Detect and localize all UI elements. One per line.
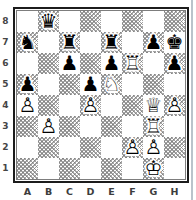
file-label-f: F <box>122 185 143 198</box>
square-f3 <box>122 116 143 137</box>
rank-label-5: 5 <box>0 74 11 95</box>
piece-black-pawn-g7: ♟ <box>143 32 164 53</box>
piece-white-pawn-b3: ♟♙ <box>38 116 59 137</box>
rank-label-4: 4 <box>0 95 11 116</box>
file-label-c: C <box>59 185 80 198</box>
square-c1 <box>59 158 80 179</box>
square-e1 <box>101 158 122 179</box>
piece-black-pawn-d5: ♟ <box>80 74 101 95</box>
square-h4: ♟♙ <box>164 95 185 116</box>
square-a1 <box>17 158 38 179</box>
square-h3 <box>164 116 185 137</box>
piece-white-rook-g3: ♜♖ <box>143 116 164 137</box>
piece-black-pawn-h6: ♟ <box>164 53 185 74</box>
rank-label-3: 3 <box>0 116 11 137</box>
square-g7: ♟ <box>143 32 164 53</box>
square-c3 <box>59 116 80 137</box>
square-g3: ♜♖ <box>143 116 164 137</box>
piece-black-queen-b8: ♛ <box>38 11 59 32</box>
square-d2 <box>80 137 101 158</box>
square-g4: ♛♕ <box>143 95 164 116</box>
rank-label-8: 8 <box>0 11 11 32</box>
square-h6: ♟ <box>164 53 185 74</box>
square-d8 <box>80 11 101 32</box>
square-c7: ♜ <box>59 32 80 53</box>
file-label-h: H <box>164 185 185 198</box>
board-inner-border: ♛♞♜♜♟♚♟♟♜♖♟♟♟♞♘♟♙♟♙♛♕♟♙♟♙♜♖♟♙♟♙♚♔ <box>16 10 186 180</box>
square-f8 <box>122 11 143 32</box>
chess-diagram: 87654321 ♛♞♜♜♟♚♟♟♜♖♟♟♟♞♘♟♙♟♙♛♕♟♙♟♙♜♖♟♙♟♙… <box>0 0 196 200</box>
piece-white-rook-f6: ♜♖ <box>122 53 143 74</box>
square-c2 <box>59 137 80 158</box>
square-f4 <box>122 95 143 116</box>
square-h7: ♚ <box>164 32 185 53</box>
rank-label-7: 7 <box>0 32 11 53</box>
square-d5: ♟ <box>80 74 101 95</box>
square-h8 <box>164 11 185 32</box>
square-b4 <box>38 95 59 116</box>
square-e6: ♟ <box>101 53 122 74</box>
square-f6: ♜♖ <box>122 53 143 74</box>
square-c8 <box>59 11 80 32</box>
square-c6: ♟ <box>59 53 80 74</box>
square-a5: ♟ <box>17 74 38 95</box>
piece-white-knight-e5: ♞♘ <box>101 74 122 95</box>
square-g8 <box>143 11 164 32</box>
square-a3 <box>17 116 38 137</box>
piece-black-pawn-c6: ♟ <box>59 53 80 74</box>
piece-black-king-h7: ♚ <box>164 32 185 53</box>
square-e7: ♜ <box>101 32 122 53</box>
square-b6 <box>38 53 59 74</box>
piece-white-pawn-g2: ♟♙ <box>143 137 164 158</box>
file-label-b: B <box>38 185 59 198</box>
file-label-e: E <box>101 185 122 198</box>
square-e3 <box>101 116 122 137</box>
piece-white-pawn-a4: ♟♙ <box>17 95 38 116</box>
rank-label-6: 6 <box>0 53 11 74</box>
file-label-d: D <box>80 185 101 198</box>
square-d7 <box>80 32 101 53</box>
square-a4: ♟♙ <box>17 95 38 116</box>
board-frame: ♛♞♜♜♟♚♟♟♜♖♟♟♟♞♘♟♙♟♙♛♕♟♙♟♙♜♖♟♙♟♙♚♔ <box>13 7 189 183</box>
file-label-a: A <box>17 185 38 198</box>
square-a6 <box>17 53 38 74</box>
square-f7 <box>122 32 143 53</box>
square-b1 <box>38 158 59 179</box>
square-g6 <box>143 53 164 74</box>
piece-white-queen-g4: ♛♕ <box>143 95 164 116</box>
piece-white-pawn-h4: ♟♙ <box>164 95 185 116</box>
file-label-g: G <box>143 185 164 198</box>
page-edge-stripe <box>191 0 193 200</box>
square-b2 <box>38 137 59 158</box>
square-g2: ♟♙ <box>143 137 164 158</box>
square-f5 <box>122 74 143 95</box>
square-a2 <box>17 137 38 158</box>
square-g1: ♚♔ <box>143 158 164 179</box>
square-b8: ♛ <box>38 11 59 32</box>
square-d4: ♟♙ <box>80 95 101 116</box>
piece-black-pawn-a5: ♟ <box>17 74 38 95</box>
piece-black-knight-a7: ♞ <box>17 32 38 53</box>
square-e8 <box>101 11 122 32</box>
square-d3 <box>80 116 101 137</box>
piece-white-pawn-d4: ♟♙ <box>80 95 101 116</box>
square-e5: ♞♘ <box>101 74 122 95</box>
square-e2 <box>101 137 122 158</box>
piece-black-pawn-e6: ♟ <box>101 53 122 74</box>
square-h5 <box>164 74 185 95</box>
rank-labels: 87654321 <box>0 11 11 179</box>
square-b7 <box>38 32 59 53</box>
square-b3: ♟♙ <box>38 116 59 137</box>
square-f1 <box>122 158 143 179</box>
square-e4 <box>101 95 122 116</box>
square-b5 <box>38 74 59 95</box>
rank-label-1: 1 <box>0 158 11 179</box>
square-f2: ♟♙ <box>122 137 143 158</box>
square-d1 <box>80 158 101 179</box>
square-a8 <box>17 11 38 32</box>
square-d6 <box>80 53 101 74</box>
rank-label-2: 2 <box>0 137 11 158</box>
square-h1 <box>164 158 185 179</box>
square-h2 <box>164 137 185 158</box>
piece-black-rook-c7: ♜ <box>59 32 80 53</box>
square-c4 <box>59 95 80 116</box>
board: ♛♞♜♜♟♚♟♟♜♖♟♟♟♞♘♟♙♟♙♛♕♟♙♟♙♜♖♟♙♟♙♚♔ <box>17 11 185 179</box>
square-g5 <box>143 74 164 95</box>
piece-white-king-g1: ♚♔ <box>143 158 164 179</box>
square-c5 <box>59 74 80 95</box>
piece-black-rook-e7: ♜ <box>101 32 122 53</box>
piece-white-pawn-f2: ♟♙ <box>122 137 143 158</box>
square-a7: ♞ <box>17 32 38 53</box>
file-labels: ABCDEFGH <box>17 185 185 198</box>
